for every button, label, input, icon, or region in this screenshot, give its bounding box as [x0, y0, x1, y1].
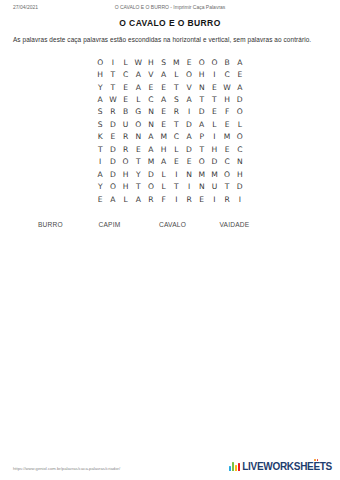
- grid-cell-r7c10: I: [208, 131, 221, 143]
- grid-cell-r8c3: R: [119, 143, 132, 155]
- grid-cell-r5c4: G: [132, 106, 145, 118]
- grid-cell-r9c10: D: [208, 156, 221, 168]
- grid-cell-r7c12: O: [233, 131, 246, 143]
- grid-cell-r8c8: D: [183, 143, 196, 155]
- grid-cell-r7c2: E: [107, 131, 120, 143]
- grid-cell-r8c6: H: [157, 143, 170, 155]
- grid-cell-r12c1: E: [94, 193, 107, 205]
- grid-cell-r7c1: K: [94, 131, 107, 143]
- grid-cell-r3c10: E: [208, 81, 221, 93]
- grid-cell-r3c2: T: [107, 81, 120, 93]
- grid-cell-r1c11: B: [221, 56, 234, 68]
- grid-cell-r11c7: T: [170, 180, 183, 192]
- grid-cell-r5c9: D: [195, 106, 208, 118]
- grid-cell-r1c10: O: [208, 56, 221, 68]
- word-item-capim: CAPIM: [99, 221, 160, 228]
- grid-cell-r6c1: S: [94, 118, 107, 130]
- grid-cell-r5c2: R: [107, 106, 120, 118]
- grid-cell-r6c11: E: [221, 118, 234, 130]
- footer-source-url: https://www.geniol.com.br/palavras/caca-…: [13, 466, 120, 471]
- grid-cell-r11c10: U: [208, 180, 221, 192]
- grid-cell-r3c7: T: [170, 81, 183, 93]
- grid-cell-r12c7: I: [170, 193, 183, 205]
- grid-cell-r9c11: C: [221, 156, 234, 168]
- grid-cell-r10c3: H: [119, 168, 132, 180]
- grid-cell-r6c4: O: [132, 118, 145, 130]
- grid-cell-r4c7: S: [170, 93, 183, 105]
- logo-text: LIVEWORKSHEETS: [242, 461, 332, 472]
- grid-cell-r7c3: R: [119, 131, 132, 143]
- grid-cell-r5c6: E: [157, 106, 170, 118]
- grid-cell-r9c1: I: [94, 156, 107, 168]
- grid-cell-r6c8: D: [183, 118, 196, 130]
- grid-cell-r10c1: A: [94, 168, 107, 180]
- grid-cell-r10c7: I: [170, 168, 183, 180]
- instructions-text: As palavras deste caça palavras estão es…: [13, 36, 330, 43]
- grid-cell-r2c12: E: [233, 68, 246, 80]
- grid-cell-r5c5: N: [145, 106, 158, 118]
- logo-bar-green: [232, 462, 234, 471]
- grid-cell-r4c11: H: [221, 93, 234, 105]
- grid-cell-r11c12: D: [233, 180, 246, 192]
- grid-cell-r6c6: E: [157, 118, 170, 130]
- logo-bar-blue: [229, 466, 231, 471]
- grid-cell-r8c1: T: [94, 143, 107, 155]
- grid-cell-r10c5: D: [145, 168, 158, 180]
- grid-cell-r7c8: A: [183, 131, 196, 143]
- grid-cell-r8c11: E: [221, 143, 234, 155]
- grid-cell-r8c12: C: [233, 143, 246, 155]
- grid-cell-r5c8: I: [183, 106, 196, 118]
- grid-cell-r7c9: P: [195, 131, 208, 143]
- grid-cell-r12c2: A: [107, 193, 120, 205]
- grid-cell-r8c9: T: [195, 143, 208, 155]
- grid-cell-r9c9: O: [195, 156, 208, 168]
- grid-cell-r5c1: S: [94, 106, 107, 118]
- word-item-burro: BURRO: [38, 221, 99, 228]
- grid-cell-r6c7: T: [170, 118, 183, 130]
- grid-cell-r5c11: F: [221, 106, 234, 118]
- grid-cell-r4c10: T: [208, 93, 221, 105]
- grid-cell-r2c4: A: [132, 68, 145, 80]
- grid-cell-r2c9: H: [195, 68, 208, 80]
- grid-cell-r1c4: W: [132, 56, 145, 68]
- word-item-vaidade: VAIDADE: [220, 221, 281, 228]
- grid-cell-r11c3: H: [119, 180, 132, 192]
- grid-cell-r6c3: U: [119, 118, 132, 130]
- grid-cell-r12c8: R: [183, 193, 196, 205]
- grid-cell-r12c5: R: [145, 193, 158, 205]
- grid-cell-r8c10: H: [208, 143, 221, 155]
- bar-chart-icon: [229, 461, 240, 472]
- grid-cell-r10c6: L: [157, 168, 170, 180]
- logo-text-part2: TS: [320, 461, 332, 472]
- grid-cell-r2c3: C: [119, 68, 132, 80]
- grid-cell-r10c12: H: [233, 168, 246, 180]
- grid-cell-r2c10: I: [208, 68, 221, 80]
- grid-cell-r10c4: Y: [132, 168, 145, 180]
- grid-cell-r9c4: T: [132, 156, 145, 168]
- grid-cell-r1c1: O: [94, 56, 107, 68]
- grid-cell-r2c8: O: [183, 68, 196, 80]
- grid-cell-r12c6: F: [157, 193, 170, 205]
- grid-cell-r11c8: I: [183, 180, 196, 192]
- grid-cell-r3c9: N: [195, 81, 208, 93]
- grid-cell-r12c10: I: [208, 193, 221, 205]
- logo-text-part1: LIVEWORKSHE: [242, 461, 313, 472]
- logo-bar-red: [238, 463, 240, 471]
- print-header: 27/04/2021 O CAVALO E O BURRO - Imprimir…: [0, 4, 340, 12]
- worksheet-page: 27/04/2021 O CAVALO E O BURRO - Imprimir…: [0, 0, 340, 480]
- grid-cell-r8c4: E: [132, 143, 145, 155]
- grid-cell-r11c1: Y: [94, 180, 107, 192]
- logo-accent-dot-orange: [314, 459, 316, 461]
- grid-cell-r1c9: O: [195, 56, 208, 68]
- grid-cell-r4c8: A: [183, 93, 196, 105]
- grid-cell-r7c6: M: [157, 131, 170, 143]
- grid-cell-r7c5: A: [145, 131, 158, 143]
- grid-cell-r4c9: T: [195, 93, 208, 105]
- grid-cell-r4c2: W: [107, 93, 120, 105]
- grid-cell-r11c2: O: [107, 180, 120, 192]
- grid-cell-r8c2: D: [107, 143, 120, 155]
- grid-cell-r9c7: E: [170, 156, 183, 168]
- grid-cell-r9c8: E: [183, 156, 196, 168]
- grid-cell-r3c8: V: [183, 81, 196, 93]
- grid-cell-r6c2: D: [107, 118, 120, 130]
- grid-cell-r3c5: E: [145, 81, 158, 93]
- grid-cell-r4c1: A: [94, 93, 107, 105]
- grid-cell-r7c11: M: [221, 131, 234, 143]
- word-list: BURRO CAPIM CAVALO VAIDADE: [38, 221, 280, 228]
- grid-cell-r6c12: L: [233, 118, 246, 130]
- grid-cell-r6c9: A: [195, 118, 208, 130]
- grid-cell-r9c3: O: [119, 156, 132, 168]
- grid-cell-r6c10: L: [208, 118, 221, 130]
- grid-cell-r3c4: A: [132, 81, 145, 93]
- liveworksheets-logo: LIVEWORKSHEETS: [229, 461, 332, 472]
- grid-cell-r12c12: I: [233, 193, 246, 205]
- grid-cell-r5c10: E: [208, 106, 221, 118]
- grid-cell-r1c7: M: [170, 56, 183, 68]
- grid-cell-r2c7: L: [170, 68, 183, 80]
- grid-cell-r2c1: H: [94, 68, 107, 80]
- grid-cell-r6c5: N: [145, 118, 158, 130]
- grid-cell-r4c12: D: [233, 93, 246, 105]
- grid-cell-r3c3: E: [119, 81, 132, 93]
- grid-cell-r2c5: V: [145, 68, 158, 80]
- grid-cell-r3c12: A: [233, 81, 246, 93]
- word-item-cavalo: CAVALO: [159, 221, 220, 228]
- grid-cell-r7c4: N: [132, 131, 145, 143]
- grid-cell-r5c12: O: [233, 106, 246, 118]
- logo-bar-yellow: [235, 465, 237, 471]
- grid-cell-r1c5: H: [145, 56, 158, 68]
- grid-cell-r5c7: R: [170, 106, 183, 118]
- grid-cell-r3c11: W: [221, 81, 234, 93]
- grid-cell-r5c3: B: [119, 106, 132, 118]
- grid-cell-r9c6: A: [157, 156, 170, 168]
- grid-cell-r1c2: I: [107, 56, 120, 68]
- logo-accent-letter: E: [313, 461, 319, 472]
- grid-cell-r1c8: E: [183, 56, 196, 68]
- grid-cell-r4c6: A: [157, 93, 170, 105]
- grid-cell-r7c7: C: [170, 131, 183, 143]
- word-search-grid: OILWHSMEOOBAHTCAVALOHICEYTEAEETVNEWAAWEL…: [94, 56, 246, 205]
- grid-cell-r11c6: L: [157, 180, 170, 192]
- grid-cell-r2c11: C: [221, 68, 234, 80]
- grid-cell-r11c9: N: [195, 180, 208, 192]
- grid-cell-r9c5: M: [145, 156, 158, 168]
- grid-cell-r2c6: A: [157, 68, 170, 80]
- grid-cell-r10c11: O: [221, 168, 234, 180]
- grid-cell-r12c3: L: [119, 193, 132, 205]
- grid-cell-r1c3: L: [119, 56, 132, 68]
- grid-cell-r9c12: N: [233, 156, 246, 168]
- grid-cell-r1c12: A: [233, 56, 246, 68]
- grid-cell-r9c2: D: [107, 156, 120, 168]
- grid-cell-r11c4: T: [132, 180, 145, 192]
- grid-cell-r11c5: O: [145, 180, 158, 192]
- grid-cell-r12c4: A: [132, 193, 145, 205]
- grid-cell-r11c11: T: [221, 180, 234, 192]
- grid-cell-r4c4: L: [132, 93, 145, 105]
- page-title: O CAVALO E O BURRO: [0, 18, 340, 28]
- grid-cell-r3c6: E: [157, 81, 170, 93]
- grid-cell-r3c1: Y: [94, 81, 107, 93]
- grid-cell-r4c5: C: [145, 93, 158, 105]
- grid-cell-r4c3: E: [119, 93, 132, 105]
- grid-cell-r8c7: L: [170, 143, 183, 155]
- grid-cell-r8c5: A: [145, 143, 158, 155]
- grid-cell-r12c11: R: [221, 193, 234, 205]
- grid-cell-r10c2: D: [107, 168, 120, 180]
- grid-cell-r12c9: E: [195, 193, 208, 205]
- grid-cell-r2c2: T: [107, 68, 120, 80]
- grid-cell-r10c9: M: [195, 168, 208, 180]
- print-document-title: O CAVALO E O BURRO - Imprimir Caça Palav…: [0, 4, 340, 10]
- grid-cell-r10c8: N: [183, 168, 196, 180]
- grid-cell-r10c10: M: [208, 168, 221, 180]
- grid-cell-r1c6: S: [157, 56, 170, 68]
